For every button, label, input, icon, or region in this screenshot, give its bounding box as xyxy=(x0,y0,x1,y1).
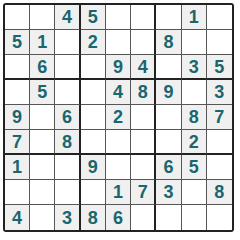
cell-r5c3: 6 xyxy=(55,105,80,130)
cell-r4c8[interactable] xyxy=(182,80,207,105)
cell-r6c3: 8 xyxy=(55,130,80,155)
cell-r9c1: 4 xyxy=(5,205,30,230)
cell-r5c1: 9 xyxy=(5,105,30,130)
cell-r7c7: 6 xyxy=(156,155,181,180)
cell-r8c1[interactable] xyxy=(5,180,30,205)
cell-r3c4[interactable] xyxy=(81,55,106,80)
cell-r3c9: 5 xyxy=(207,55,232,80)
cell-r4c9: 3 xyxy=(207,80,232,105)
cell-r7c2[interactable] xyxy=(30,155,55,180)
cell-r4c6: 8 xyxy=(131,80,156,105)
cell-r3c2: 6 xyxy=(30,55,55,80)
cell-r2c8[interactable] xyxy=(182,30,207,55)
cell-r3c1[interactable] xyxy=(5,55,30,80)
cell-r7c9[interactable] xyxy=(207,155,232,180)
cell-r9c2[interactable] xyxy=(30,205,55,230)
cell-r7c3[interactable] xyxy=(55,155,80,180)
cell-r2c1: 5 xyxy=(5,30,30,55)
cell-r3c6: 4 xyxy=(131,55,156,80)
cell-r3c8: 3 xyxy=(182,55,207,80)
cell-r2c3[interactable] xyxy=(55,30,80,55)
cell-r5c6[interactable] xyxy=(131,105,156,130)
cell-r3c7[interactable] xyxy=(156,55,181,80)
cell-r8c4[interactable] xyxy=(81,180,106,205)
cell-r2c5[interactable] xyxy=(106,30,131,55)
cell-r2c9[interactable] xyxy=(207,30,232,55)
cell-r2c2: 1 xyxy=(30,30,55,55)
cell-r1c3: 4 xyxy=(55,5,80,30)
cell-r5c9: 7 xyxy=(207,105,232,130)
cell-r1c5[interactable] xyxy=(106,5,131,30)
cell-r5c7[interactable] xyxy=(156,105,181,130)
cell-r4c5: 4 xyxy=(106,80,131,105)
cell-r4c3[interactable] xyxy=(55,80,80,105)
cell-r9c3: 3 xyxy=(55,205,80,230)
cell-r6c8: 2 xyxy=(182,130,207,155)
cell-r6c5[interactable] xyxy=(106,130,131,155)
cell-r7c6[interactable] xyxy=(131,155,156,180)
cell-r6c6[interactable] xyxy=(131,130,156,155)
cell-r6c2[interactable] xyxy=(30,130,55,155)
cell-r7c8: 5 xyxy=(182,155,207,180)
cell-r3c3[interactable] xyxy=(55,55,80,80)
sudoku-board: 4515128694355489396287782196517384386 xyxy=(3,3,234,232)
cell-r4c4[interactable] xyxy=(81,80,106,105)
cell-r8c8[interactable] xyxy=(182,180,207,205)
cell-r5c2[interactable] xyxy=(30,105,55,130)
cell-r5c5: 2 xyxy=(106,105,131,130)
cell-r1c2[interactable] xyxy=(30,5,55,30)
cell-r6c1: 7 xyxy=(5,130,30,155)
cell-r7c4: 9 xyxy=(81,155,106,180)
cell-r1c1[interactable] xyxy=(5,5,30,30)
cell-r3c5: 9 xyxy=(106,55,131,80)
cell-r5c8: 8 xyxy=(182,105,207,130)
cell-r1c6[interactable] xyxy=(131,5,156,30)
cell-r8c7: 3 xyxy=(156,180,181,205)
cell-r4c7: 9 xyxy=(156,80,181,105)
cell-r9c5: 6 xyxy=(106,205,131,230)
cell-r4c1[interactable] xyxy=(5,80,30,105)
cell-r2c4: 2 xyxy=(81,30,106,55)
cell-r9c7[interactable] xyxy=(156,205,181,230)
cell-r1c9[interactable] xyxy=(207,5,232,30)
cell-r8c3[interactable] xyxy=(55,180,80,205)
cell-r9c8[interactable] xyxy=(182,205,207,230)
cell-r6c9[interactable] xyxy=(207,130,232,155)
cell-r2c7: 8 xyxy=(156,30,181,55)
cell-r9c4: 8 xyxy=(81,205,106,230)
cell-r2c6[interactable] xyxy=(131,30,156,55)
cell-r6c7[interactable] xyxy=(156,130,181,155)
cell-r7c5[interactable] xyxy=(106,155,131,180)
cell-r8c5: 1 xyxy=(106,180,131,205)
cell-r1c7[interactable] xyxy=(156,5,181,30)
cell-r7c1: 1 xyxy=(5,155,30,180)
cell-r6c4[interactable] xyxy=(81,130,106,155)
cell-r1c4: 5 xyxy=(81,5,106,30)
cell-r4c2: 5 xyxy=(30,80,55,105)
cell-r9c6[interactable] xyxy=(131,205,156,230)
cell-r9c9[interactable] xyxy=(207,205,232,230)
cell-r8c9: 8 xyxy=(207,180,232,205)
cell-r5c4[interactable] xyxy=(81,105,106,130)
cell-r1c8: 1 xyxy=(182,5,207,30)
cell-r8c6: 7 xyxy=(131,180,156,205)
cell-r8c2[interactable] xyxy=(30,180,55,205)
